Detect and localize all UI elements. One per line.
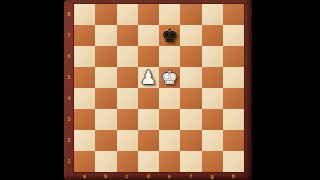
square-g8 [202, 4, 223, 25]
square-f6 [180, 46, 201, 67]
video-frame: ♚♟♚ 87654321 abcdefgh [0, 0, 320, 180]
square-d4 [138, 88, 159, 109]
square-f7 [180, 25, 201, 46]
square-e4 [159, 88, 180, 109]
file-label-d: d [138, 172, 159, 180]
square-f1 [180, 151, 201, 172]
square-f8 [180, 4, 201, 25]
square-e5: ♚ [159, 67, 180, 88]
square-d6 [138, 46, 159, 67]
square-a7 [74, 25, 95, 46]
square-b2 [95, 130, 116, 151]
square-a6 [74, 46, 95, 67]
square-c1 [117, 151, 138, 172]
square-a3 [74, 109, 95, 130]
square-e7: ♚ [159, 25, 180, 46]
square-a2 [74, 130, 95, 151]
file-label-a: a [74, 172, 95, 180]
rank-label-4: 4 [64, 88, 74, 109]
square-b1 [95, 151, 116, 172]
square-b3 [95, 109, 116, 130]
square-d2 [138, 130, 159, 151]
square-g3 [202, 109, 223, 130]
square-b5 [95, 67, 116, 88]
square-c7 [117, 25, 138, 46]
square-f2 [180, 130, 201, 151]
square-f3 [180, 109, 201, 130]
square-h2 [223, 130, 244, 151]
rank-label-5: 5 [64, 67, 74, 88]
square-h5 [223, 67, 244, 88]
piece-white-king: ♚ [161, 68, 178, 87]
board-grid: ♚♟♚ [74, 4, 244, 172]
square-h7 [223, 25, 244, 46]
file-label-b: b [95, 172, 116, 180]
square-b8 [95, 4, 116, 25]
square-b7 [95, 25, 116, 46]
file-label-e: e [159, 172, 180, 180]
square-d3 [138, 109, 159, 130]
square-e1 [159, 151, 180, 172]
square-d5: ♟ [138, 67, 159, 88]
square-e8 [159, 4, 180, 25]
square-e6 [159, 46, 180, 67]
square-c4 [117, 88, 138, 109]
square-d7 [138, 25, 159, 46]
square-g2 [202, 130, 223, 151]
square-e2 [159, 130, 180, 151]
file-label-g: g [202, 172, 223, 180]
square-c8 [117, 4, 138, 25]
square-g4 [202, 88, 223, 109]
square-a8 [74, 4, 95, 25]
file-label-h: h [223, 172, 244, 180]
square-f5 [180, 67, 201, 88]
square-a4 [74, 88, 95, 109]
square-e3 [159, 109, 180, 130]
square-g1 [202, 151, 223, 172]
square-f4 [180, 88, 201, 109]
rank-label-6: 6 [64, 46, 74, 67]
file-label-c: c [117, 172, 138, 180]
square-h8 [223, 4, 244, 25]
square-h6 [223, 46, 244, 67]
piece-white-pawn: ♟ [140, 68, 157, 87]
square-d1 [138, 151, 159, 172]
square-h4 [223, 88, 244, 109]
square-c2 [117, 130, 138, 151]
chess-board: ♚♟♚ 87654321 abcdefgh [64, 0, 252, 180]
square-c3 [117, 109, 138, 130]
square-b4 [95, 88, 116, 109]
square-g6 [202, 46, 223, 67]
rank-label-3: 3 [64, 109, 74, 130]
square-c5 [117, 67, 138, 88]
rank-label-1: 1 [64, 151, 74, 172]
piece-black-king: ♚ [161, 26, 178, 45]
rank-label-7: 7 [64, 25, 74, 46]
square-h3 [223, 109, 244, 130]
square-d8 [138, 4, 159, 25]
rank-label-8: 8 [64, 4, 74, 25]
square-g5 [202, 67, 223, 88]
square-g7 [202, 25, 223, 46]
file-label-f: f [180, 172, 201, 180]
square-a5 [74, 67, 95, 88]
rank-label-2: 2 [64, 130, 74, 151]
square-h1 [223, 151, 244, 172]
square-b6 [95, 46, 116, 67]
square-a1 [74, 151, 95, 172]
square-c6 [117, 46, 138, 67]
